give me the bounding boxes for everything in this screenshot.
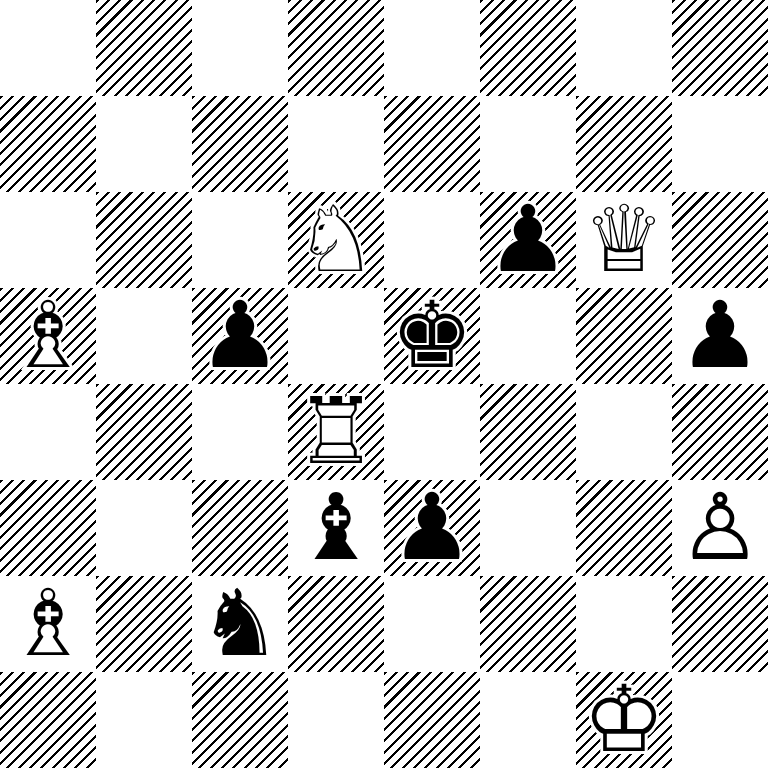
square-e8[interactable] — [384, 0, 480, 96]
piece-backing: ♚ — [576, 672, 672, 768]
square-h2[interactable] — [672, 576, 768, 672]
square-a4[interactable] — [0, 384, 96, 480]
piece-backing: ♛ — [576, 192, 672, 288]
piece-backing: ♟ — [672, 480, 768, 576]
square-g7[interactable] — [576, 96, 672, 192]
piece-backing: ♝ — [0, 576, 96, 672]
square-h4[interactable] — [672, 384, 768, 480]
square-f5[interactable] — [480, 288, 576, 384]
square-d3[interactable]: ♝♝ — [288, 480, 384, 576]
square-c2[interactable]: ♞♞ — [192, 576, 288, 672]
square-b4[interactable] — [96, 384, 192, 480]
white-knight: ♘ — [288, 192, 384, 288]
piece-backing: ♟ — [480, 192, 576, 288]
white-queen: ♕ — [576, 192, 672, 288]
piece-backing: ♟ — [384, 480, 480, 576]
square-a2[interactable]: ♝♗ — [0, 576, 96, 672]
square-d5[interactable] — [288, 288, 384, 384]
square-g5[interactable] — [576, 288, 672, 384]
black-pawn: ♟ — [672, 288, 768, 384]
square-e3[interactable]: ♟♟ — [384, 480, 480, 576]
white-bishop: ♗ — [0, 288, 96, 384]
square-a1[interactable] — [0, 672, 96, 768]
square-c8[interactable] — [192, 0, 288, 96]
square-d2[interactable] — [288, 576, 384, 672]
square-f3[interactable] — [480, 480, 576, 576]
square-g2[interactable] — [576, 576, 672, 672]
square-d7[interactable] — [288, 96, 384, 192]
black-king: ♚ — [384, 288, 480, 384]
square-f1[interactable] — [480, 672, 576, 768]
black-knight: ♞ — [192, 576, 288, 672]
square-a5[interactable]: ♝♗ — [0, 288, 96, 384]
square-e5[interactable]: ♚♚ — [384, 288, 480, 384]
square-d6[interactable]: ♞♘ — [288, 192, 384, 288]
square-h5[interactable]: ♟♟ — [672, 288, 768, 384]
square-g8[interactable] — [576, 0, 672, 96]
square-c4[interactable] — [192, 384, 288, 480]
square-e6[interactable] — [384, 192, 480, 288]
chess-board: ♞♘♟♟♛♕♝♗♟♟♚♚♟♟♜♖♝♝♟♟♟♙♝♗♞♞♚♔ — [0, 0, 768, 768]
square-c6[interactable] — [192, 192, 288, 288]
square-f2[interactable] — [480, 576, 576, 672]
square-b3[interactable] — [96, 480, 192, 576]
square-e2[interactable] — [384, 576, 480, 672]
square-d1[interactable] — [288, 672, 384, 768]
white-pawn: ♙ — [672, 480, 768, 576]
square-b6[interactable] — [96, 192, 192, 288]
square-g4[interactable] — [576, 384, 672, 480]
square-f8[interactable] — [480, 0, 576, 96]
piece-backing: ♝ — [0, 288, 96, 384]
white-bishop: ♗ — [0, 576, 96, 672]
square-a7[interactable] — [0, 96, 96, 192]
square-h6[interactable] — [672, 192, 768, 288]
square-c5[interactable]: ♟♟ — [192, 288, 288, 384]
square-b1[interactable] — [96, 672, 192, 768]
white-rook: ♖ — [288, 384, 384, 480]
piece-backing: ♚ — [384, 288, 480, 384]
piece-backing: ♜ — [288, 384, 384, 480]
square-h1[interactable] — [672, 672, 768, 768]
black-pawn: ♟ — [480, 192, 576, 288]
black-pawn: ♟ — [384, 480, 480, 576]
square-e7[interactable] — [384, 96, 480, 192]
square-h3[interactable]: ♟♙ — [672, 480, 768, 576]
square-c1[interactable] — [192, 672, 288, 768]
square-b2[interactable] — [96, 576, 192, 672]
square-f7[interactable] — [480, 96, 576, 192]
square-e1[interactable] — [384, 672, 480, 768]
square-f6[interactable]: ♟♟ — [480, 192, 576, 288]
square-a6[interactable] — [0, 192, 96, 288]
square-d4[interactable]: ♜♖ — [288, 384, 384, 480]
square-c7[interactable] — [192, 96, 288, 192]
piece-backing: ♞ — [192, 576, 288, 672]
square-b7[interactable] — [96, 96, 192, 192]
square-a3[interactable] — [0, 480, 96, 576]
piece-backing: ♟ — [192, 288, 288, 384]
black-bishop: ♝ — [288, 480, 384, 576]
black-pawn: ♟ — [192, 288, 288, 384]
square-h7[interactable] — [672, 96, 768, 192]
square-g3[interactable] — [576, 480, 672, 576]
square-b5[interactable] — [96, 288, 192, 384]
square-b8[interactable] — [96, 0, 192, 96]
square-d8[interactable] — [288, 0, 384, 96]
piece-backing: ♞ — [288, 192, 384, 288]
white-king: ♔ — [576, 672, 672, 768]
piece-backing: ♟ — [672, 288, 768, 384]
square-a8[interactable] — [0, 0, 96, 96]
piece-backing: ♝ — [288, 480, 384, 576]
square-h8[interactable] — [672, 0, 768, 96]
square-c3[interactable] — [192, 480, 288, 576]
square-e4[interactable] — [384, 384, 480, 480]
square-g1[interactable]: ♚♔ — [576, 672, 672, 768]
square-g6[interactable]: ♛♕ — [576, 192, 672, 288]
square-f4[interactable] — [480, 384, 576, 480]
